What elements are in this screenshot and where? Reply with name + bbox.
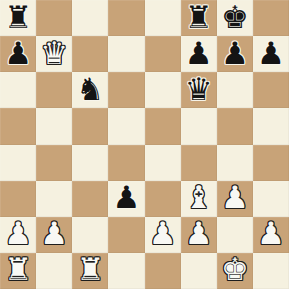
square-d3[interactable]: ♟ (108, 181, 144, 217)
white-pawn-icon[interactable]: ♟ (185, 218, 213, 249)
black-pawn-icon[interactable]: ♟ (221, 38, 249, 69)
white-rook-icon[interactable]: ♜ (4, 254, 32, 285)
square-b5[interactable] (36, 108, 72, 144)
black-rook-icon[interactable]: ♜ (4, 2, 32, 33)
square-e7[interactable] (145, 36, 181, 72)
black-pawn-icon[interactable]: ♟ (113, 182, 141, 213)
black-pawn-icon[interactable]: ♟ (185, 38, 213, 69)
black-king-icon[interactable]: ♚ (221, 2, 249, 33)
square-b3[interactable] (36, 181, 72, 217)
square-f1[interactable] (181, 253, 217, 289)
white-pawn-icon[interactable]: ♟ (257, 218, 285, 249)
square-g5[interactable] (217, 108, 253, 144)
square-d5[interactable] (108, 108, 144, 144)
square-f2[interactable]: ♟ (181, 217, 217, 253)
square-h2[interactable]: ♟ (253, 217, 289, 253)
square-d1[interactable] (108, 253, 144, 289)
square-d4[interactable] (108, 145, 144, 181)
square-f6[interactable]: ♛ (181, 72, 217, 108)
square-a6[interactable] (0, 72, 36, 108)
square-h8[interactable] (253, 0, 289, 36)
white-pawn-icon[interactable]: ♟ (149, 218, 177, 249)
black-pawn-icon[interactable]: ♟ (257, 38, 285, 69)
square-c7[interactable] (72, 36, 108, 72)
square-a3[interactable] (0, 181, 36, 217)
square-a1[interactable]: ♜ (0, 253, 36, 289)
square-d2[interactable] (108, 217, 144, 253)
chess-board: ♜♜♚♟♛♟♟♟♞♛♟♝♟♟♟♟♟♟♜♜♚ (0, 0, 289, 289)
square-b2[interactable]: ♟ (36, 217, 72, 253)
square-c8[interactable] (72, 0, 108, 36)
white-pawn-icon[interactable]: ♟ (221, 182, 249, 213)
black-pawn-icon[interactable]: ♟ (4, 38, 32, 69)
square-b6[interactable] (36, 72, 72, 108)
square-e4[interactable] (145, 145, 181, 181)
square-e2[interactable]: ♟ (145, 217, 181, 253)
black-queen-icon[interactable]: ♛ (185, 74, 213, 105)
square-c2[interactable] (72, 217, 108, 253)
square-c3[interactable] (72, 181, 108, 217)
square-h5[interactable] (253, 108, 289, 144)
square-g7[interactable]: ♟ (217, 36, 253, 72)
square-f4[interactable] (181, 145, 217, 181)
square-f7[interactable]: ♟ (181, 36, 217, 72)
black-knight-icon[interactable]: ♞ (76, 74, 104, 105)
white-rook-icon[interactable]: ♜ (76, 254, 104, 285)
square-d7[interactable] (108, 36, 144, 72)
square-f3[interactable]: ♝ (181, 181, 217, 217)
square-g2[interactable] (217, 217, 253, 253)
square-f5[interactable] (181, 108, 217, 144)
square-b1[interactable] (36, 253, 72, 289)
square-a5[interactable] (0, 108, 36, 144)
square-e8[interactable] (145, 0, 181, 36)
square-a2[interactable]: ♟ (0, 217, 36, 253)
square-g4[interactable] (217, 145, 253, 181)
black-rook-icon[interactable]: ♜ (185, 2, 213, 33)
square-h3[interactable] (253, 181, 289, 217)
square-c4[interactable] (72, 145, 108, 181)
square-e6[interactable] (145, 72, 181, 108)
white-pawn-icon[interactable]: ♟ (40, 218, 68, 249)
white-queen-icon[interactable]: ♛ (40, 38, 68, 69)
square-h7[interactable]: ♟ (253, 36, 289, 72)
square-a7[interactable]: ♟ (0, 36, 36, 72)
square-e5[interactable] (145, 108, 181, 144)
square-a8[interactable]: ♜ (0, 0, 36, 36)
square-a4[interactable] (0, 145, 36, 181)
white-king-icon[interactable]: ♚ (221, 254, 249, 285)
square-c6[interactable]: ♞ (72, 72, 108, 108)
square-b7[interactable]: ♛ (36, 36, 72, 72)
square-d8[interactable] (108, 0, 144, 36)
square-g8[interactable]: ♚ (217, 0, 253, 36)
square-c5[interactable] (72, 108, 108, 144)
square-h1[interactable] (253, 253, 289, 289)
square-g1[interactable]: ♚ (217, 253, 253, 289)
square-e3[interactable] (145, 181, 181, 217)
square-g6[interactable] (217, 72, 253, 108)
square-d6[interactable] (108, 72, 144, 108)
square-e1[interactable] (145, 253, 181, 289)
square-c1[interactable]: ♜ (72, 253, 108, 289)
square-h6[interactable] (253, 72, 289, 108)
square-g3[interactable]: ♟ (217, 181, 253, 217)
square-b8[interactable] (36, 0, 72, 36)
square-b4[interactable] (36, 145, 72, 181)
square-f8[interactable]: ♜ (181, 0, 217, 36)
white-bishop-icon[interactable]: ♝ (185, 182, 213, 213)
white-pawn-icon[interactable]: ♟ (4, 218, 32, 249)
chess-board-container: ♜♜♚♟♛♟♟♟♞♛♟♝♟♟♟♟♟♟♜♜♚ (0, 0, 289, 289)
square-h4[interactable] (253, 145, 289, 181)
